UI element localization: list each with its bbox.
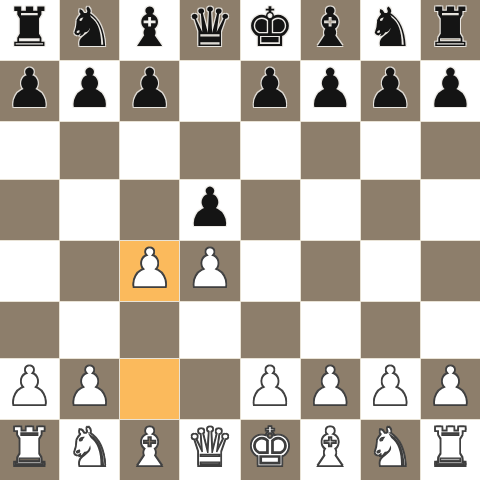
square-b8[interactable]: ♞ <box>60 0 119 60</box>
chess-board: ♜♞♝♛♚♝♞♜♟♟♟♟♟♟♟♟♟♟♟♟♟♟♟♟♜♞♝♛♚♝♞♜ <box>0 0 480 480</box>
square-h8[interactable]: ♜ <box>421 0 480 60</box>
square-c4[interactable]: ♟ <box>120 241 179 301</box>
piece-black-pawn[interactable]: ♟ <box>5 59 53 119</box>
square-g3[interactable] <box>361 302 420 359</box>
square-f1[interactable]: ♝ <box>301 420 360 480</box>
square-f2[interactable]: ♟ <box>301 359 360 419</box>
piece-white-pawn[interactable]: ♟ <box>366 357 414 417</box>
square-a2[interactable]: ♟ <box>0 359 59 419</box>
square-e8[interactable]: ♚ <box>241 0 300 60</box>
piece-white-pawn[interactable]: ♟ <box>426 357 474 417</box>
piece-black-pawn[interactable]: ♟ <box>126 59 174 119</box>
piece-white-pawn[interactable]: ♟ <box>5 357 53 417</box>
piece-black-pawn[interactable]: ♟ <box>246 59 294 119</box>
square-g5[interactable] <box>361 180 420 240</box>
square-c6[interactable] <box>120 122 179 179</box>
square-a8[interactable]: ♜ <box>0 0 59 60</box>
square-f4[interactable] <box>301 241 360 301</box>
square-e7[interactable]: ♟ <box>241 61 300 121</box>
square-e5[interactable] <box>241 180 300 240</box>
square-a4[interactable] <box>0 241 59 301</box>
piece-white-bishop[interactable]: ♝ <box>306 418 354 478</box>
chess-board-container: ♜♞♝♛♚♝♞♜♟♟♟♟♟♟♟♟♟♟♟♟♟♟♟♟♜♞♝♛♚♝♞♜ <box>0 0 480 480</box>
square-h3[interactable] <box>421 302 480 359</box>
piece-black-knight[interactable]: ♞ <box>65 0 113 58</box>
square-g1[interactable]: ♞ <box>361 420 420 480</box>
square-b4[interactable] <box>60 241 119 301</box>
square-b5[interactable] <box>60 180 119 240</box>
piece-white-pawn[interactable]: ♟ <box>306 357 354 417</box>
square-f5[interactable] <box>301 180 360 240</box>
square-f3[interactable] <box>301 302 360 359</box>
square-b1[interactable]: ♞ <box>60 420 119 480</box>
square-d7[interactable] <box>180 61 239 121</box>
square-d4[interactable]: ♟ <box>180 241 239 301</box>
square-c7[interactable]: ♟ <box>120 61 179 121</box>
square-c8[interactable]: ♝ <box>120 0 179 60</box>
piece-black-pawn[interactable]: ♟ <box>65 59 113 119</box>
piece-white-rook[interactable]: ♜ <box>5 418 53 478</box>
square-e6[interactable] <box>241 122 300 179</box>
square-h2[interactable]: ♟ <box>421 359 480 419</box>
square-d1[interactable]: ♛ <box>180 420 239 480</box>
square-d2[interactable] <box>180 359 239 419</box>
square-h1[interactable]: ♜ <box>421 420 480 480</box>
piece-black-pawn[interactable]: ♟ <box>306 59 354 119</box>
square-g2[interactable]: ♟ <box>361 359 420 419</box>
square-h5[interactable] <box>421 180 480 240</box>
piece-white-pawn[interactable]: ♟ <box>186 239 234 299</box>
piece-white-knight[interactable]: ♞ <box>366 418 414 478</box>
square-c2[interactable] <box>120 359 179 419</box>
square-b3[interactable] <box>60 302 119 359</box>
square-f6[interactable] <box>301 122 360 179</box>
square-a3[interactable] <box>0 302 59 359</box>
square-h7[interactable]: ♟ <box>421 61 480 121</box>
square-a1[interactable]: ♜ <box>0 420 59 480</box>
square-c3[interactable] <box>120 302 179 359</box>
square-c1[interactable]: ♝ <box>120 420 179 480</box>
square-c5[interactable] <box>120 180 179 240</box>
square-h6[interactable] <box>421 122 480 179</box>
piece-white-pawn[interactable]: ♟ <box>246 357 294 417</box>
square-b7[interactable]: ♟ <box>60 61 119 121</box>
square-a5[interactable] <box>0 180 59 240</box>
piece-black-rook[interactable]: ♜ <box>5 0 53 58</box>
square-b2[interactable]: ♟ <box>60 359 119 419</box>
square-e3[interactable] <box>241 302 300 359</box>
square-h4[interactable] <box>421 241 480 301</box>
piece-black-king[interactable]: ♚ <box>246 0 294 58</box>
square-e4[interactable] <box>241 241 300 301</box>
square-g8[interactable]: ♞ <box>361 0 420 60</box>
square-d8[interactable]: ♛ <box>180 0 239 60</box>
square-a7[interactable]: ♟ <box>0 61 59 121</box>
square-a6[interactable] <box>0 122 59 179</box>
piece-white-king[interactable]: ♚ <box>246 418 294 478</box>
piece-black-rook[interactable]: ♜ <box>426 0 474 58</box>
square-g4[interactable] <box>361 241 420 301</box>
piece-white-rook[interactable]: ♜ <box>426 418 474 478</box>
piece-white-bishop[interactable]: ♝ <box>126 418 174 478</box>
square-f7[interactable]: ♟ <box>301 61 360 121</box>
square-d6[interactable] <box>180 122 239 179</box>
piece-black-bishop[interactable]: ♝ <box>306 0 354 58</box>
piece-black-knight[interactable]: ♞ <box>366 0 414 58</box>
piece-black-bishop[interactable]: ♝ <box>126 0 174 58</box>
piece-black-pawn[interactable]: ♟ <box>426 59 474 119</box>
piece-white-knight[interactable]: ♞ <box>65 418 113 478</box>
square-d5[interactable]: ♟ <box>180 180 239 240</box>
square-g7[interactable]: ♟ <box>361 61 420 121</box>
piece-white-pawn[interactable]: ♟ <box>65 357 113 417</box>
square-b6[interactable] <box>60 122 119 179</box>
piece-black-pawn[interactable]: ♟ <box>186 178 234 238</box>
square-d3[interactable] <box>180 302 239 359</box>
piece-white-queen[interactable]: ♛ <box>186 418 234 478</box>
piece-black-pawn[interactable]: ♟ <box>366 59 414 119</box>
square-e1[interactable]: ♚ <box>241 420 300 480</box>
piece-white-pawn[interactable]: ♟ <box>126 239 174 299</box>
piece-black-queen[interactable]: ♛ <box>186 0 234 58</box>
square-f8[interactable]: ♝ <box>301 0 360 60</box>
square-g6[interactable] <box>361 122 420 179</box>
square-e2[interactable]: ♟ <box>241 359 300 419</box>
